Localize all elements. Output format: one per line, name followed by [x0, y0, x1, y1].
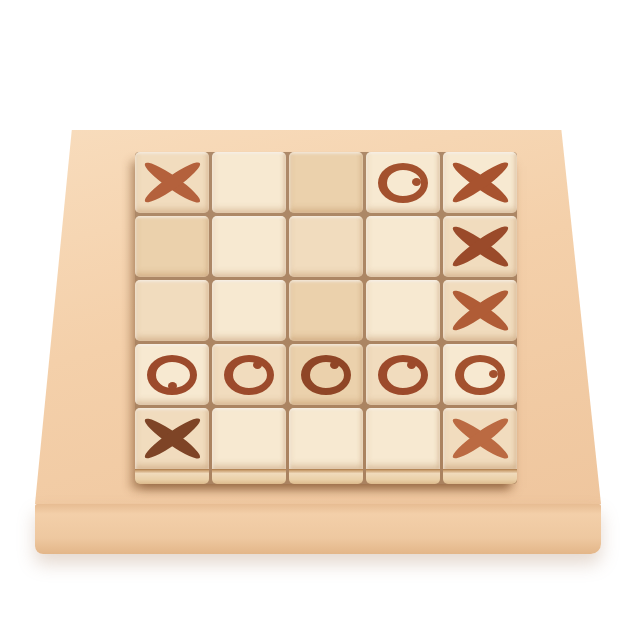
block-r4c2[interactable]	[212, 344, 286, 405]
o-knot-dot	[407, 361, 416, 369]
o-block-face	[135, 344, 209, 405]
o-mark	[366, 152, 440, 213]
o-ring	[224, 355, 274, 395]
block-r1c1[interactable]	[135, 152, 209, 213]
block-r2c3[interactable]	[289, 216, 363, 277]
o-block-face	[443, 344, 517, 405]
block-r1c4[interactable]	[366, 152, 440, 213]
block-r4c5[interactable]	[443, 344, 517, 405]
blank-block-face	[212, 280, 286, 341]
block-r5c5[interactable]	[443, 408, 517, 484]
block-front-face	[135, 469, 209, 484]
x-block-face	[135, 408, 209, 469]
blank-block-face	[289, 152, 363, 213]
blank-block-face	[212, 408, 286, 469]
blank-block-face	[289, 408, 363, 469]
x-block-face	[443, 408, 517, 469]
block-r3c4[interactable]	[366, 280, 440, 341]
block-r3c3[interactable]	[289, 280, 363, 341]
block-r3c2[interactable]	[212, 280, 286, 341]
x-mark	[443, 152, 517, 213]
block-r4c1[interactable]	[135, 344, 209, 405]
block-front-face	[212, 469, 286, 484]
wooden-tray	[35, 130, 601, 554]
block-front-face	[366, 469, 440, 484]
o-mark	[212, 344, 286, 405]
blank-block-face	[289, 216, 363, 277]
block-front-face	[443, 469, 517, 484]
board-grid	[135, 152, 517, 484]
x-mark	[443, 408, 517, 469]
blank-block-face	[289, 280, 363, 341]
block-r2c5[interactable]	[443, 216, 517, 277]
o-block-face	[366, 152, 440, 213]
block-r4c3[interactable]	[289, 344, 363, 405]
o-ring	[301, 355, 351, 395]
blank-block-face	[212, 152, 286, 213]
o-knot-dot	[412, 178, 421, 186]
x-mark	[135, 408, 209, 469]
block-r1c2[interactable]	[212, 152, 286, 213]
x-mark	[443, 216, 517, 277]
o-block-face	[289, 344, 363, 405]
o-block-face	[212, 344, 286, 405]
blank-block-face	[366, 280, 440, 341]
block-r5c4[interactable]	[366, 408, 440, 484]
blank-block-face	[212, 216, 286, 277]
block-r1c5[interactable]	[443, 152, 517, 213]
o-mark	[135, 344, 209, 405]
block-r5c1[interactable]	[135, 408, 209, 484]
o-knot-dot	[489, 370, 498, 378]
blank-block-face	[366, 408, 440, 469]
block-r3c5[interactable]	[443, 280, 517, 341]
tray-front-edge	[35, 504, 601, 554]
o-ring	[378, 355, 428, 395]
blank-block-face	[135, 280, 209, 341]
block-r5c3[interactable]	[289, 408, 363, 484]
block-front-face	[289, 469, 363, 484]
o-knot-dot	[330, 361, 339, 369]
o-mark	[443, 344, 517, 405]
o-mark	[289, 344, 363, 405]
x-mark	[135, 152, 209, 213]
x-block-face	[443, 216, 517, 277]
o-mark	[366, 344, 440, 405]
block-r2c1[interactable]	[135, 216, 209, 277]
block-r3c1[interactable]	[135, 280, 209, 341]
o-knot-dot	[253, 361, 262, 369]
x-mark	[443, 280, 517, 341]
o-knot-dot	[168, 382, 177, 390]
block-r1c3[interactable]	[289, 152, 363, 213]
o-block-face	[366, 344, 440, 405]
blank-block-face	[135, 216, 209, 277]
x-block-face	[135, 152, 209, 213]
x-block-face	[443, 152, 517, 213]
block-r4c4[interactable]	[366, 344, 440, 405]
block-r2c2[interactable]	[212, 216, 286, 277]
product-photo-scene	[0, 0, 640, 640]
x-block-face	[443, 280, 517, 341]
block-r5c2[interactable]	[212, 408, 286, 484]
blank-block-face	[366, 216, 440, 277]
block-r2c4[interactable]	[366, 216, 440, 277]
